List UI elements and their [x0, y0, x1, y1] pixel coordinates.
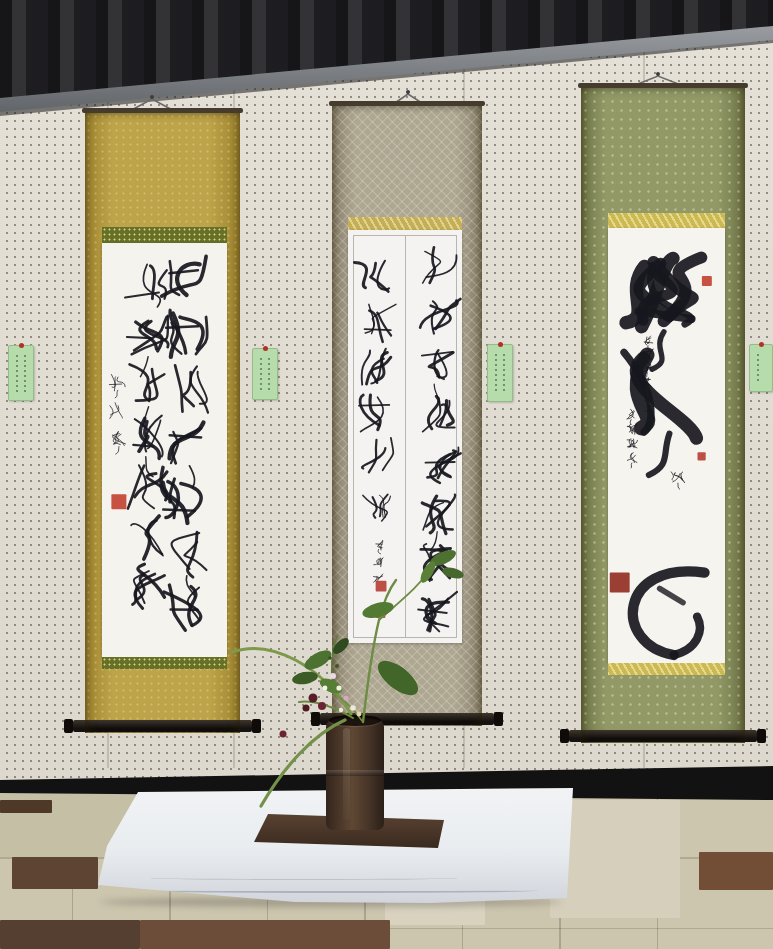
tag-text-lines: [260, 358, 262, 392]
ikebana-arrangement: [213, 538, 525, 833]
exhibit-tag: [8, 345, 34, 401]
tag-text-lines: [268, 358, 270, 392]
calligraphy-paper: [102, 243, 227, 657]
roller-end-cap: [64, 719, 73, 733]
scroll-roller: [569, 730, 757, 742]
roller-end-cap: [757, 729, 766, 743]
roller-end-cap: [560, 729, 569, 743]
floor-tile-dark: [140, 920, 390, 949]
scroll-top-stick: [578, 83, 748, 88]
cloth-fold: [130, 888, 538, 893]
scroll-accent-band-top: [608, 213, 725, 228]
calligraphy-paper: [608, 228, 725, 663]
floor-tile-dark: [699, 852, 773, 890]
scroll-accent-band-top: [102, 227, 227, 243]
scroll-accent-band-bottom: [608, 663, 725, 675]
tag-text-lines: [503, 354, 505, 394]
tag-text-lines: [757, 354, 759, 384]
scroll-accent-band-bottom: [102, 657, 227, 669]
tag-pin: [263, 346, 268, 351]
tag-text-lines: [24, 355, 26, 393]
scroll-accent-band-top: [348, 217, 462, 230]
hanging-scroll-right: [581, 88, 745, 743]
floor-tile-dark: [0, 800, 52, 813]
tag-pin: [19, 343, 24, 348]
tag-text-lines: [495, 354, 497, 394]
calligraphy-artwork: [102, 243, 227, 657]
exhibit-tag: [252, 348, 278, 400]
grass-blades: [232, 649, 353, 806]
scroll-top-stick: [329, 101, 485, 106]
calligraphy-artwork: [608, 228, 725, 663]
exhibition-scene: [0, 0, 773, 949]
exhibit-tag: [487, 344, 513, 402]
floor-tile-dark: [0, 920, 140, 949]
floor-tile-dark: [12, 857, 98, 889]
tag-pin: [759, 342, 764, 347]
cloth-fold: [150, 876, 458, 880]
exhibit-tag: [749, 344, 773, 392]
scroll-top-stick: [82, 108, 243, 113]
tag-pin: [498, 342, 503, 347]
tag-text-lines: [16, 355, 18, 393]
